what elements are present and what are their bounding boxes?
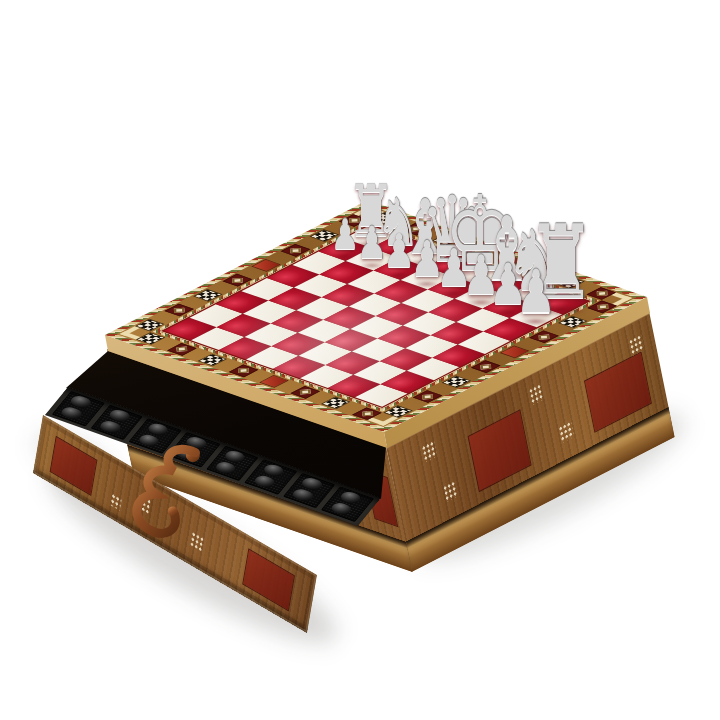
chess-box-scene: ♜♞♝♛♚♝♞♜♟♟♟♟♟♟♟♟ <box>0 0 720 720</box>
